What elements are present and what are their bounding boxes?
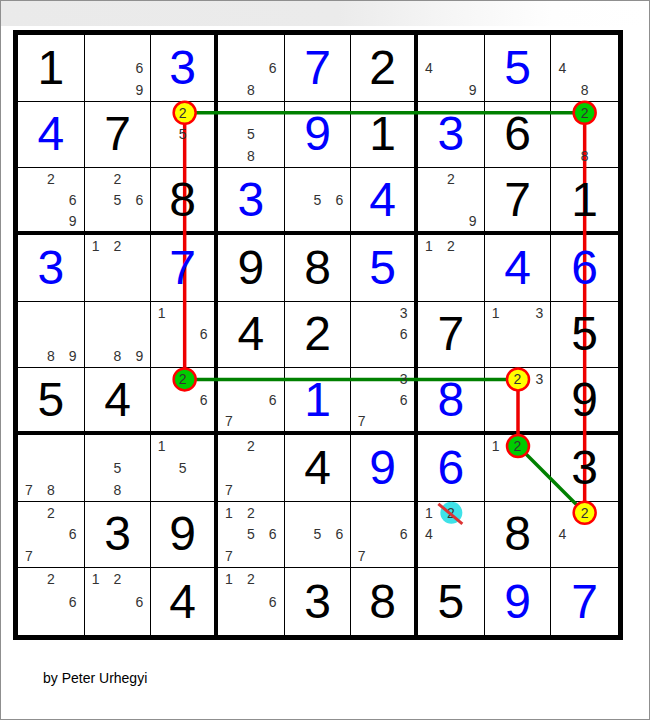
sudoku-board: 1693687249548472558913628269256835642971… xyxy=(13,30,623,640)
author-credit: by Peter Urhegyi xyxy=(43,670,147,686)
top-scrollbar[interactable] xyxy=(1,1,649,26)
page: 1693687249548472558913628269256835642971… xyxy=(0,0,650,720)
elimination-overlay xyxy=(18,35,618,635)
elimination-slash xyxy=(438,504,462,524)
